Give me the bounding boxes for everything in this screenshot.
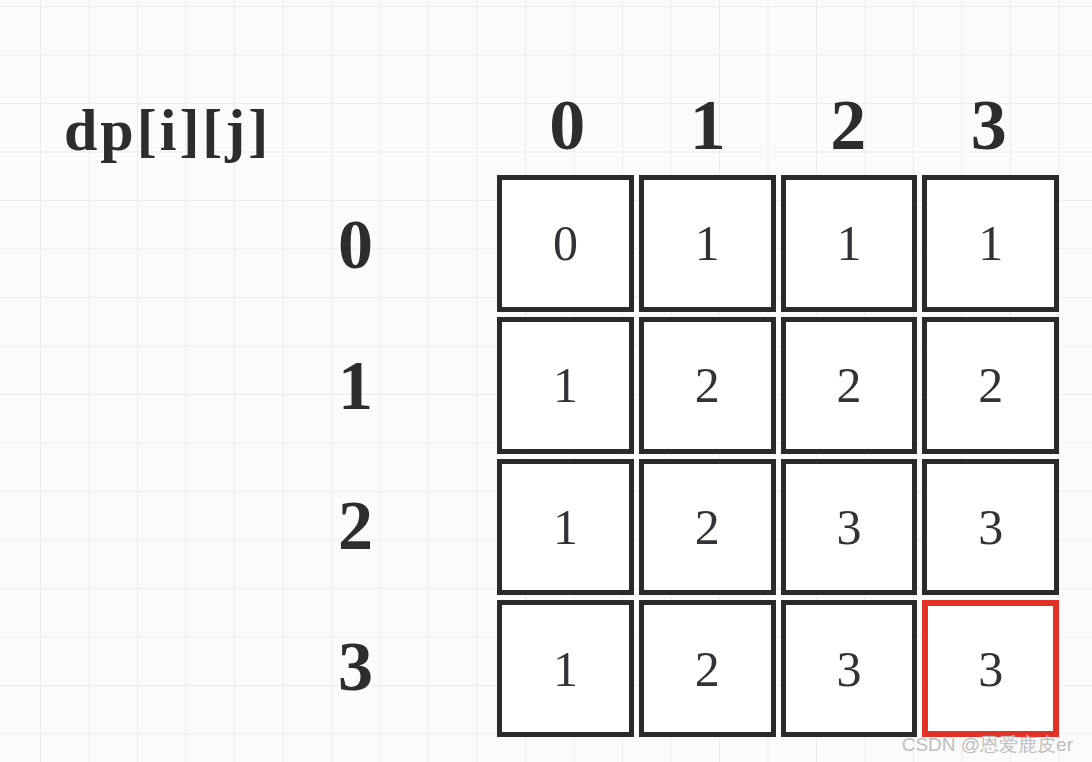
row-header-0: 0 <box>298 175 413 316</box>
dp-cell-3-2: 3 <box>781 600 918 737</box>
dp-cell-2-0: 1 <box>497 459 634 596</box>
dp-cell-0-0: 0 <box>497 175 634 312</box>
row-headers: 0123 <box>298 175 413 737</box>
column-headers: 0123 <box>497 84 1059 158</box>
dp-cell-0-1: 1 <box>639 175 776 312</box>
dp-cell-1-3: 2 <box>922 317 1059 454</box>
dp-cell-2-2: 3 <box>781 459 918 596</box>
page-title: dp[i][j] <box>64 96 271 165</box>
dp-cell-1-1: 2 <box>639 317 776 454</box>
dp-cell-highlighted-3-3: 3 <box>922 600 1059 737</box>
dp-cell-2-1: 2 <box>639 459 776 596</box>
dp-cell-1-0: 1 <box>497 317 634 454</box>
dp-cell-0-3: 1 <box>922 175 1059 312</box>
col-header-2: 2 <box>778 84 919 167</box>
dp-cell-2-3: 3 <box>922 459 1059 596</box>
row-header-2: 2 <box>298 456 413 597</box>
row-header-1: 1 <box>298 316 413 457</box>
col-header-0: 0 <box>497 84 638 167</box>
watermark: CSDN @恩爱鹿皮er <box>902 732 1073 758</box>
dp-cell-3-1: 2 <box>639 600 776 737</box>
dp-grid: 0111122212331233 <box>497 175 1059 737</box>
dp-cell-0-2: 1 <box>781 175 918 312</box>
col-header-3: 3 <box>919 84 1060 167</box>
dp-cell-1-2: 2 <box>781 317 918 454</box>
dp-cell-3-0: 1 <box>497 600 634 737</box>
col-header-1: 1 <box>638 84 779 167</box>
row-header-3: 3 <box>298 597 413 738</box>
